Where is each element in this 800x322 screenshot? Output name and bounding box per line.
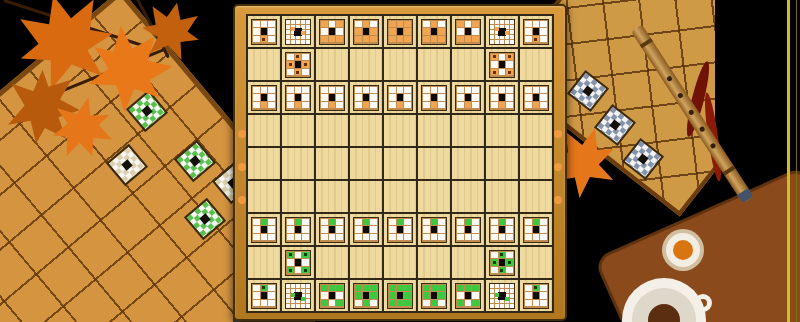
- piece-pawn-top[interactable]: [285, 85, 311, 111]
- square-r7c3[interactable]: [316, 214, 348, 245]
- square-r2c5[interactable]: [384, 49, 416, 80]
- square-r2c8[interactable]: [486, 49, 518, 80]
- square-r9c1[interactable]: [248, 280, 280, 311]
- square-r6c2[interactable]: [282, 181, 314, 212]
- square-r9c9[interactable]: [520, 280, 552, 311]
- square-r7c7[interactable]: [452, 214, 484, 245]
- square-r3c9[interactable]: [520, 82, 552, 113]
- piece-pawn-top[interactable]: [319, 85, 345, 111]
- piece-king-top[interactable]: [387, 19, 413, 45]
- square-r4c8[interactable]: [486, 115, 518, 146]
- square-r1c1[interactable]: [248, 16, 280, 47]
- square-r7c6[interactable]: [418, 214, 450, 245]
- edge-line: [787, 0, 790, 322]
- square-r5c8[interactable]: [486, 148, 518, 179]
- square-r2c1[interactable]: [248, 49, 280, 80]
- square-r2c7[interactable]: [452, 49, 484, 80]
- square-r3c3[interactable]: [316, 82, 348, 113]
- piece-gold-bottom[interactable]: [353, 283, 379, 309]
- piece-pawn-bottom[interactable]: [353, 217, 379, 243]
- square-r7c9[interactable]: [520, 214, 552, 245]
- square-r7c8[interactable]: [486, 214, 518, 245]
- square-r5c4[interactable]: [350, 148, 382, 179]
- square-r6c1[interactable]: [248, 181, 280, 212]
- piece-lance-bottom[interactable]: [251, 283, 277, 309]
- shogi-board-frame: [233, 4, 567, 321]
- cup-handle: [694, 294, 712, 312]
- square-r8c2[interactable]: [282, 247, 314, 278]
- frame-dot: [238, 163, 246, 171]
- piece-king-bottom[interactable]: [387, 283, 413, 309]
- square-r8c8[interactable]: [486, 247, 518, 278]
- piece-pawn-bottom[interactable]: [319, 217, 345, 243]
- square-r9c4[interactable]: [350, 280, 382, 311]
- square-r6c8[interactable]: [486, 181, 518, 212]
- square-r2c6[interactable]: [418, 49, 450, 80]
- square-r4c9[interactable]: [520, 115, 552, 146]
- piece-gold-top[interactable]: [421, 19, 447, 45]
- piece-knight-top[interactable]: [285, 19, 311, 45]
- square-r1c7[interactable]: [452, 16, 484, 47]
- square-r8c9[interactable]: [520, 247, 552, 278]
- piece-pawn-top[interactable]: [523, 85, 549, 111]
- piece-pawn-bottom[interactable]: [523, 217, 549, 243]
- square-r9c7[interactable]: [452, 280, 484, 311]
- small-cup-coffee: [673, 240, 693, 260]
- piece-pawn-bottom[interactable]: [251, 217, 277, 243]
- piece-gold-bottom[interactable]: [421, 283, 447, 309]
- square-r5c6[interactable]: [418, 148, 450, 179]
- square-r3c1[interactable]: [248, 82, 280, 113]
- frame-dot: [554, 163, 562, 171]
- square-r5c9[interactable]: [520, 148, 552, 179]
- piece-silver-bottom[interactable]: [455, 283, 481, 309]
- frame-dot: [238, 130, 246, 138]
- square-r3c5[interactable]: [384, 82, 416, 113]
- square-r1c5[interactable]: [384, 16, 416, 47]
- square-r3c7[interactable]: [452, 82, 484, 113]
- square-r4c4[interactable]: [350, 115, 382, 146]
- square-r3c4[interactable]: [350, 82, 382, 113]
- square-r9c6[interactable]: [418, 280, 450, 311]
- square-r2c4[interactable]: [350, 49, 382, 80]
- piece-pawn-bottom[interactable]: [455, 217, 481, 243]
- frame-dot: [554, 130, 562, 138]
- piece-pawn-top[interactable]: [489, 85, 515, 111]
- piece-lance-top[interactable]: [523, 19, 549, 45]
- square-r1c9[interactable]: [520, 16, 552, 47]
- square-r6c6[interactable]: [418, 181, 450, 212]
- square-r6c9[interactable]: [520, 181, 552, 212]
- piece-lance-bottom[interactable]: [523, 283, 549, 309]
- square-r5c7[interactable]: [452, 148, 484, 179]
- square-r1c4[interactable]: [350, 16, 382, 47]
- shogi-board[interactable]: [246, 14, 554, 313]
- square-r8c1[interactable]: [248, 247, 280, 278]
- square-r5c3[interactable]: [316, 148, 348, 179]
- piece-pawn-bottom[interactable]: [421, 217, 447, 243]
- app-window: [0, 0, 800, 322]
- piece-gold-top[interactable]: [353, 19, 379, 45]
- piece-knight-bottom[interactable]: [285, 283, 311, 309]
- square-r6c3[interactable]: [316, 181, 348, 212]
- square-r4c2[interactable]: [282, 115, 314, 146]
- square-r4c1[interactable]: [248, 115, 280, 146]
- square-r7c2[interactable]: [282, 214, 314, 245]
- square-r6c7[interactable]: [452, 181, 484, 212]
- square-r7c4[interactable]: [350, 214, 382, 245]
- square-r2c2[interactable]: [282, 49, 314, 80]
- square-r8c6[interactable]: [418, 247, 450, 278]
- square-r3c6[interactable]: [418, 82, 450, 113]
- edge-line: [796, 0, 797, 322]
- square-r5c2[interactable]: [282, 148, 314, 179]
- piece-lance-top[interactable]: [251, 19, 277, 45]
- square-r4c6[interactable]: [418, 115, 450, 146]
- piece-silver-top[interactable]: [455, 19, 481, 45]
- piece-rook-top[interactable]: [285, 52, 311, 78]
- piece-pawn-top[interactable]: [455, 85, 481, 111]
- square-r3c2[interactable]: [282, 82, 314, 113]
- square-r9c3[interactable]: [316, 280, 348, 311]
- square-r4c5[interactable]: [384, 115, 416, 146]
- square-r9c5[interactable]: [384, 280, 416, 311]
- square-r1c8[interactable]: [486, 16, 518, 47]
- piece-silver-top[interactable]: [319, 19, 345, 45]
- square-r9c2[interactable]: [282, 280, 314, 311]
- piece-knight-top[interactable]: [489, 19, 515, 45]
- piece-silver-bottom[interactable]: [319, 283, 345, 309]
- piece-pawn-bottom[interactable]: [387, 217, 413, 243]
- piece-bishop-top[interactable]: [489, 52, 515, 78]
- piece-pawn-bottom[interactable]: [285, 217, 311, 243]
- piece-pawn-bottom[interactable]: [489, 217, 515, 243]
- square-r9c8[interactable]: [486, 280, 518, 311]
- square-r5c1[interactable]: [248, 148, 280, 179]
- square-r5c5[interactable]: [384, 148, 416, 179]
- frame-dot: [238, 196, 246, 204]
- piece-bishop-bottom[interactable]: [285, 250, 311, 276]
- square-r2c3[interactable]: [316, 49, 348, 80]
- square-r2c9[interactable]: [520, 49, 552, 80]
- square-r6c4[interactable]: [350, 181, 382, 212]
- piece-rook-bottom[interactable]: [489, 250, 515, 276]
- square-r4c7[interactable]: [452, 115, 484, 146]
- piece-pawn-top[interactable]: [421, 85, 447, 111]
- piece-pawn-top[interactable]: [387, 85, 413, 111]
- piece-pawn-top[interactable]: [251, 85, 277, 111]
- square-r4c3[interactable]: [316, 115, 348, 146]
- frame-dot: [554, 196, 562, 204]
- square-r1c2[interactable]: [282, 16, 314, 47]
- piece-knight-bottom[interactable]: [489, 283, 515, 309]
- square-r8c3[interactable]: [316, 247, 348, 278]
- piece-pawn-top[interactable]: [353, 85, 379, 111]
- square-r3c8[interactable]: [486, 82, 518, 113]
- square-r7c1[interactable]: [248, 214, 280, 245]
- square-r6c5[interactable]: [384, 181, 416, 212]
- square-r1c6[interactable]: [418, 16, 450, 47]
- square-r7c5[interactable]: [384, 214, 416, 245]
- square-r8c5[interactable]: [384, 247, 416, 278]
- square-r8c7[interactable]: [452, 247, 484, 278]
- square-r1c3[interactable]: [316, 16, 348, 47]
- square-r8c4[interactable]: [350, 247, 382, 278]
